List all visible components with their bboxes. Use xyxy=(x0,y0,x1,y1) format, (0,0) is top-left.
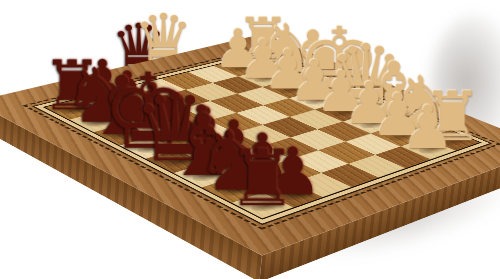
board-perspective-wrapper: ♜♟♟♜♞♟♟♞♝♟♟♝♚♟♟♚♛♟♟♛♝♟♟♝♞♟♟♞♜♟♟♜ xyxy=(2,0,498,279)
square-e1: ♚ xyxy=(314,84,365,102)
chess-board: ♜♟♟♜♞♟♟♞♝♟♟♝♚♟♟♚♛♟♟♛♝♟♟♝♞♟♟♞♜♟♟♜ xyxy=(0,34,500,256)
square-c2: ♟ xyxy=(343,114,396,134)
square-h2: ♟ xyxy=(214,60,263,77)
white-pawn-h2: ♟ xyxy=(214,22,262,76)
white-king-e1: ♚ xyxy=(298,15,381,108)
square-g1: ♞ xyxy=(263,64,312,81)
piece-shadow xyxy=(300,92,344,107)
square-e2: ♟ xyxy=(289,91,341,109)
white-knight-g1: ♞ xyxy=(257,15,317,82)
chess-set-photo: ♛ ♛ ♜♟♟♜♞♟♟♞♝♟♟♝♚♟♟♚♛♟♟♛♝♟♟♝♞♟♟♞♜♟♟♜ xyxy=(0,0,500,279)
square-f1: ♝ xyxy=(288,74,338,91)
white-rook-h1: ♜ xyxy=(236,10,291,71)
square-g3 xyxy=(212,76,263,94)
piece-shadow xyxy=(249,71,292,85)
square-h1: ♜ xyxy=(239,54,288,70)
piece-shadow xyxy=(249,55,291,68)
piece-shadow xyxy=(352,96,395,111)
square-f3 xyxy=(237,87,289,105)
white-pawn-f2: ♟ xyxy=(264,42,313,97)
square-g2: ♟ xyxy=(238,70,288,87)
white-bishop-f1: ♝ xyxy=(281,21,345,93)
white-pawn-a2: ♟ xyxy=(401,98,455,158)
piece-shadow xyxy=(327,103,371,118)
scene-3d: ♜♟♟♜♞♟♟♞♝♟♟♝♚♟♟♚♛♟♟♛♝♟♟♝♞♟♟♞♜♟♟♜ xyxy=(2,0,498,279)
piece-shadow xyxy=(299,75,342,89)
white-pawn-d2: ♟ xyxy=(316,63,367,120)
piece-shadow xyxy=(274,64,316,77)
white-pawn-g2: ♟ xyxy=(239,32,288,86)
square-d1: ♛ xyxy=(340,95,391,114)
square-d3 xyxy=(289,110,342,130)
piece-shadow xyxy=(224,61,267,74)
white-queen-d1: ♛ xyxy=(329,34,404,117)
black-rook-a8: ♜ xyxy=(228,139,298,217)
piece-shadow xyxy=(274,81,318,95)
square-d2: ♟ xyxy=(315,102,367,121)
piece-shadow xyxy=(325,85,368,99)
white-pawn-e2: ♟ xyxy=(289,53,339,109)
square-f2: ♟ xyxy=(263,80,314,98)
white-pawn-c2: ♟ xyxy=(343,74,395,132)
piece-shadow xyxy=(355,115,400,131)
square-e3 xyxy=(263,98,315,117)
